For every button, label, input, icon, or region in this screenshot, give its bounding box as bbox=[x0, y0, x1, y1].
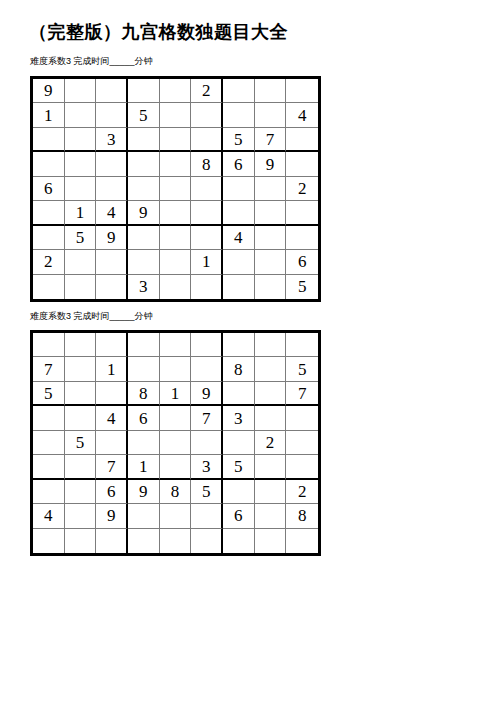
sudoku-1-cell-r7c1[interactable] bbox=[33, 226, 65, 250]
sudoku-2-cell-r3c8[interactable] bbox=[255, 382, 287, 406]
sudoku-1-cell-r3c2[interactable] bbox=[65, 128, 97, 152]
sudoku-2-cell-r3c9[interactable]: 7 bbox=[286, 382, 318, 406]
sudoku-1-cell-r9c5[interactable] bbox=[160, 275, 192, 299]
sudoku-2-cell-r6c5[interactable] bbox=[160, 455, 192, 479]
sudoku-2-cell-r3c2[interactable] bbox=[65, 382, 97, 406]
sudoku-1-cell-r5c8[interactable] bbox=[255, 177, 287, 201]
sudoku-2-cell-r8c7[interactable]: 6 bbox=[223, 504, 255, 528]
sudoku-2-cell-r2c7[interactable]: 8 bbox=[223, 357, 255, 381]
sudoku-2-cell-r4c3[interactable]: 4 bbox=[96, 406, 128, 430]
sudoku-1-cell-r3c5[interactable] bbox=[160, 128, 192, 152]
sudoku-2-cell-r8c8[interactable] bbox=[255, 504, 287, 528]
sudoku-1-cell-r2c2[interactable] bbox=[65, 103, 97, 127]
sudoku-2-cell-r9c2[interactable] bbox=[65, 529, 97, 553]
sudoku-1-cell-r6c5[interactable] bbox=[160, 201, 192, 225]
sudoku-1-cell-r8c3[interactable] bbox=[96, 250, 128, 274]
sudoku-1-cell-r9c1[interactable] bbox=[33, 275, 65, 299]
sudoku-2-cell-r2c6[interactable] bbox=[191, 357, 223, 381]
sudoku-1-cell-r4c1[interactable] bbox=[33, 152, 65, 176]
sudoku-1-cell-r7c4[interactable] bbox=[128, 226, 160, 250]
sudoku-2-cell-r4c4[interactable]: 6 bbox=[128, 406, 160, 430]
sudoku-2-cell-r7c4[interactable]: 9 bbox=[128, 480, 160, 504]
sudoku-2-cell-r9c7[interactable] bbox=[223, 529, 255, 553]
sudoku-1-cell-r2c7[interactable] bbox=[223, 103, 255, 127]
sudoku-2-cell-r3c6[interactable]: 9 bbox=[191, 382, 223, 406]
sudoku-1-cell-r7c2[interactable]: 5 bbox=[65, 226, 97, 250]
sudoku-2-cell-r1c6[interactable] bbox=[191, 333, 223, 357]
sudoku-1-cell-r3c8[interactable]: 7 bbox=[255, 128, 287, 152]
sudoku-2-cell-r8c4[interactable] bbox=[128, 504, 160, 528]
sudoku-2-cell-r3c4[interactable]: 8 bbox=[128, 382, 160, 406]
sudoku-2-cell-r5c7[interactable] bbox=[223, 431, 255, 455]
sudoku-1-cell-r6c3[interactable]: 4 bbox=[96, 201, 128, 225]
sudoku-1-cell-r5c5[interactable] bbox=[160, 177, 192, 201]
sudoku-1-cell-r2c1[interactable]: 1 bbox=[33, 103, 65, 127]
sudoku-1-cell-r1c2[interactable] bbox=[65, 79, 97, 103]
sudoku-1-cell-r6c1[interactable] bbox=[33, 201, 65, 225]
sudoku-2-cell-r6c2[interactable] bbox=[65, 455, 97, 479]
sudoku-2-cell-r3c7[interactable] bbox=[223, 382, 255, 406]
sudoku-2-cell-r4c5[interactable] bbox=[160, 406, 192, 430]
sudoku-2-cell-r1c3[interactable] bbox=[96, 333, 128, 357]
sudoku-1-cell-r1c7[interactable] bbox=[223, 79, 255, 103]
sudoku-2-cell-r2c9[interactable]: 5 bbox=[286, 357, 318, 381]
sudoku-2-cell-r5c1[interactable] bbox=[33, 431, 65, 455]
sudoku-1-cell-r7c8[interactable] bbox=[255, 226, 287, 250]
sudoku-grid-2: 7185581974673527135698524968 bbox=[30, 330, 321, 556]
sudoku-1-cell-r7c7[interactable]: 4 bbox=[223, 226, 255, 250]
sudoku-2-cell-r9c6[interactable] bbox=[191, 529, 223, 553]
sudoku-2-cell-r4c1[interactable] bbox=[33, 406, 65, 430]
sudoku-2-cell-r6c8[interactable] bbox=[255, 455, 287, 479]
sudoku-1-cell-r2c6[interactable] bbox=[191, 103, 223, 127]
page-title: （完整版）九宫格数独题目大全 bbox=[29, 20, 288, 44]
sudoku-1-cell-r5c2[interactable] bbox=[65, 177, 97, 201]
sudoku-2-cell-r4c2[interactable] bbox=[65, 406, 97, 430]
sudoku-2-cell-r5c5[interactable] bbox=[160, 431, 192, 455]
sudoku-2-cell-r1c4[interactable] bbox=[128, 333, 160, 357]
sudoku-2-cell-r9c9[interactable] bbox=[286, 529, 318, 553]
sudoku-2-cell-r1c7[interactable] bbox=[223, 333, 255, 357]
sudoku-1-cell-r8c6[interactable]: 1 bbox=[191, 250, 223, 274]
sudoku-1-cell-r9c4[interactable]: 3 bbox=[128, 275, 160, 299]
sudoku-1-cell-r9c6[interactable] bbox=[191, 275, 223, 299]
sudoku-1-cell-r7c5[interactable] bbox=[160, 226, 192, 250]
sudoku-1-cell-r1c6[interactable]: 2 bbox=[191, 79, 223, 103]
sudoku-1-cell-r5c1[interactable]: 6 bbox=[33, 177, 65, 201]
sudoku-1-cell-r2c3[interactable] bbox=[96, 103, 128, 127]
sudoku-2-cell-r5c6[interactable] bbox=[191, 431, 223, 455]
sudoku-1-cell-r4c2[interactable] bbox=[65, 152, 97, 176]
sudoku-2-cell-r2c4[interactable] bbox=[128, 357, 160, 381]
sudoku-2-cell-r9c5[interactable] bbox=[160, 529, 192, 553]
sudoku-2-cell-r9c1[interactable] bbox=[33, 529, 65, 553]
sudoku-1-cell-r9c8[interactable] bbox=[255, 275, 287, 299]
sudoku-2-cell-r7c5[interactable]: 8 bbox=[160, 480, 192, 504]
sudoku-1-cell-r8c1[interactable]: 2 bbox=[33, 250, 65, 274]
sudoku-1-cell-r5c7[interactable] bbox=[223, 177, 255, 201]
sudoku-2-cell-r7c6[interactable]: 5 bbox=[191, 480, 223, 504]
sudoku-1-cell-r3c6[interactable] bbox=[191, 128, 223, 152]
sudoku-1-cell-r6c4[interactable]: 9 bbox=[128, 201, 160, 225]
sudoku-1-cell-r1c3[interactable] bbox=[96, 79, 128, 103]
sudoku-1-cell-r3c3[interactable]: 3 bbox=[96, 128, 128, 152]
sudoku-2-cell-r1c9[interactable] bbox=[286, 333, 318, 357]
sudoku-1-cell-r8c7[interactable] bbox=[223, 250, 255, 274]
sudoku-2-cell-r4c6[interactable]: 7 bbox=[191, 406, 223, 430]
sudoku-2-cell-r2c5[interactable] bbox=[160, 357, 192, 381]
sudoku-1-cell-r8c4[interactable] bbox=[128, 250, 160, 274]
sudoku-2-cell-r2c8[interactable] bbox=[255, 357, 287, 381]
sudoku-2-cell-r8c5[interactable] bbox=[160, 504, 192, 528]
sudoku-1-cell-r3c9[interactable] bbox=[286, 128, 318, 152]
sudoku-2-cell-r7c2[interactable] bbox=[65, 480, 97, 504]
sudoku-2-cell-r5c2[interactable]: 5 bbox=[65, 431, 97, 455]
sudoku-1-cell-r2c5[interactable] bbox=[160, 103, 192, 127]
sudoku-1-cell-r5c6[interactable] bbox=[191, 177, 223, 201]
sudoku-1-cell-r3c4[interactable] bbox=[128, 128, 160, 152]
sudoku-1-cell-r9c9[interactable]: 5 bbox=[286, 275, 318, 299]
sudoku-2-cell-r8c9[interactable]: 8 bbox=[286, 504, 318, 528]
sudoku-2-cell-r1c2[interactable] bbox=[65, 333, 97, 357]
sudoku-1-cell-r6c6[interactable] bbox=[191, 201, 223, 225]
sudoku-1-cell-r3c1[interactable] bbox=[33, 128, 65, 152]
sudoku-1-cell-r1c1[interactable]: 9 bbox=[33, 79, 65, 103]
sudoku-1-cell-r1c9[interactable] bbox=[286, 79, 318, 103]
sudoku-1-cell-r7c6[interactable] bbox=[191, 226, 223, 250]
sudoku-2-cell-r4c7[interactable]: 3 bbox=[223, 406, 255, 430]
sudoku-2-cell-r9c8[interactable] bbox=[255, 529, 287, 553]
sudoku-1-cell-r4c7[interactable]: 6 bbox=[223, 152, 255, 176]
sudoku-1-cell-r5c4[interactable] bbox=[128, 177, 160, 201]
sudoku-1-cell-r5c9[interactable]: 2 bbox=[286, 177, 318, 201]
sudoku-1-cell-r1c8[interactable] bbox=[255, 79, 287, 103]
sudoku-1-cell-r6c2[interactable]: 1 bbox=[65, 201, 97, 225]
sudoku-1-cell-r6c7[interactable] bbox=[223, 201, 255, 225]
sudoku-2-cell-r8c1[interactable]: 4 bbox=[33, 504, 65, 528]
sudoku-1-cell-r4c4[interactable] bbox=[128, 152, 160, 176]
sudoku-2-cell-r6c6[interactable]: 3 bbox=[191, 455, 223, 479]
sudoku-1-cell-r4c9[interactable] bbox=[286, 152, 318, 176]
sudoku-2-cell-r8c6[interactable] bbox=[191, 504, 223, 528]
sudoku-2-cell-r4c9[interactable] bbox=[286, 406, 318, 430]
sudoku-2-cell-r7c9[interactable]: 2 bbox=[286, 480, 318, 504]
sudoku-2-cell-r1c1[interactable] bbox=[33, 333, 65, 357]
sudoku-1-cell-r4c3[interactable] bbox=[96, 152, 128, 176]
sudoku-2-cell-r2c2[interactable] bbox=[65, 357, 97, 381]
sudoku-1-cell-r4c8[interactable]: 9 bbox=[255, 152, 287, 176]
sudoku-2-cell-r6c4[interactable]: 1 bbox=[128, 455, 160, 479]
sudoku-2-cell-r2c1[interactable]: 7 bbox=[33, 357, 65, 381]
sudoku-1-cell-r3c7[interactable]: 5 bbox=[223, 128, 255, 152]
sudoku-2-cell-r5c8[interactable]: 2 bbox=[255, 431, 287, 455]
sudoku-2-cell-r7c3[interactable]: 6 bbox=[96, 480, 128, 504]
puzzle-2-difficulty-label: 难度系数3 完成时间_____分钟 bbox=[30, 310, 153, 323]
sudoku-1-cell-r1c4[interactable] bbox=[128, 79, 160, 103]
sudoku-1-cell-r2c8[interactable] bbox=[255, 103, 287, 127]
sudoku-2-cell-r6c3[interactable]: 7 bbox=[96, 455, 128, 479]
sudoku-2-cell-r1c5[interactable] bbox=[160, 333, 192, 357]
sudoku-1-cell-r8c5[interactable] bbox=[160, 250, 192, 274]
sudoku-2-cell-r9c4[interactable] bbox=[128, 529, 160, 553]
sudoku-2-cell-r7c8[interactable] bbox=[255, 480, 287, 504]
sudoku-2-cell-r4c8[interactable] bbox=[255, 406, 287, 430]
sudoku-1-cell-r5c3[interactable] bbox=[96, 177, 128, 201]
sudoku-1-cell-r4c6[interactable]: 8 bbox=[191, 152, 223, 176]
sudoku-2-cell-r5c9[interactable] bbox=[286, 431, 318, 455]
sudoku-grid-1: 921543578696214959421635 bbox=[30, 76, 321, 302]
sudoku-1-cell-r6c9[interactable] bbox=[286, 201, 318, 225]
sudoku-2-cell-r3c3[interactable] bbox=[96, 382, 128, 406]
sudoku-1-cell-r8c8[interactable] bbox=[255, 250, 287, 274]
sudoku-2-cell-r6c7[interactable]: 5 bbox=[223, 455, 255, 479]
sudoku-2-cell-r5c3[interactable] bbox=[96, 431, 128, 455]
sudoku-2-cell-r5c4[interactable] bbox=[128, 431, 160, 455]
sudoku-1-cell-r2c4[interactable]: 5 bbox=[128, 103, 160, 127]
sudoku-2-cell-r7c1[interactable] bbox=[33, 480, 65, 504]
sudoku-1-cell-r8c2[interactable] bbox=[65, 250, 97, 274]
sudoku-1-cell-r9c7[interactable] bbox=[223, 275, 255, 299]
sudoku-2-cell-r3c5[interactable]: 1 bbox=[160, 382, 192, 406]
puzzle-1-difficulty-label: 难度系数3 完成时间_____分钟 bbox=[30, 55, 153, 68]
sudoku-1-cell-r7c9[interactable] bbox=[286, 226, 318, 250]
document-page: （完整版）九宫格数独题目大全 难度系数3 完成时间_____分钟 9215435… bbox=[0, 0, 504, 713]
sudoku-1-cell-r4c5[interactable] bbox=[160, 152, 192, 176]
sudoku-2-cell-r6c1[interactable] bbox=[33, 455, 65, 479]
sudoku-1-cell-r1c5[interactable] bbox=[160, 79, 192, 103]
sudoku-1-cell-r8c9[interactable]: 6 bbox=[286, 250, 318, 274]
sudoku-2-cell-r8c3[interactable]: 9 bbox=[96, 504, 128, 528]
sudoku-1-cell-r7c3[interactable]: 9 bbox=[96, 226, 128, 250]
sudoku-1-cell-r9c3[interactable] bbox=[96, 275, 128, 299]
sudoku-2-cell-r6c9[interactable] bbox=[286, 455, 318, 479]
sudoku-2-cell-r3c1[interactable]: 5 bbox=[33, 382, 65, 406]
sudoku-1-cell-r9c2[interactable] bbox=[65, 275, 97, 299]
sudoku-1-cell-r6c8[interactable] bbox=[255, 201, 287, 225]
sudoku-2-cell-r8c2[interactable] bbox=[65, 504, 97, 528]
sudoku-2-cell-r2c3[interactable]: 1 bbox=[96, 357, 128, 381]
sudoku-2-cell-r9c3[interactable] bbox=[96, 529, 128, 553]
sudoku-2-cell-r7c7[interactable] bbox=[223, 480, 255, 504]
sudoku-2-cell-r1c8[interactable] bbox=[255, 333, 287, 357]
sudoku-1-cell-r2c9[interactable]: 4 bbox=[286, 103, 318, 127]
